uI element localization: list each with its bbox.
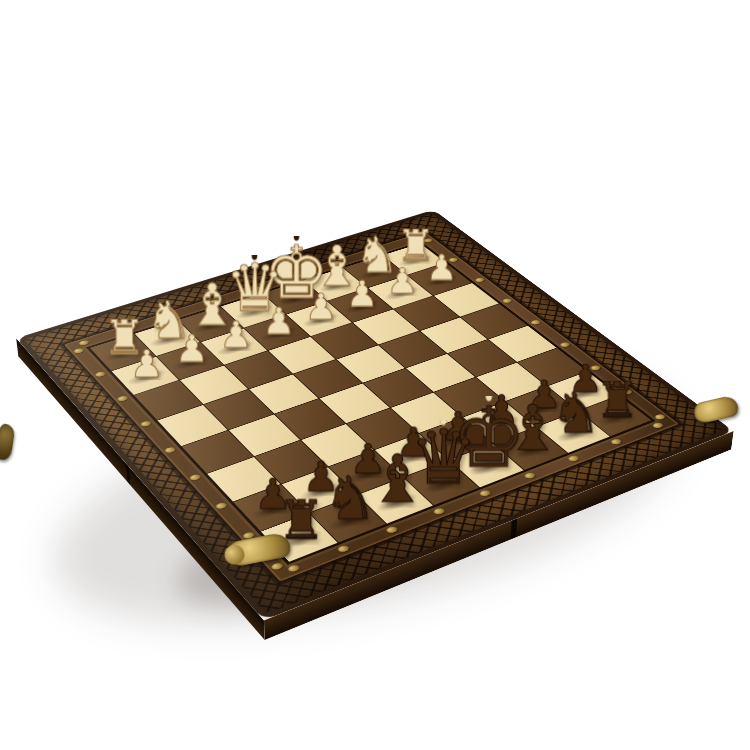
piece-white-pawn-d2: ♟ [262, 303, 295, 340]
brass-medallion [215, 502, 229, 510]
brass-medallion [523, 472, 537, 480]
board-perspective-wrap: ♜♞♝♚♛♝♞♜♟♟♟♟♟♟♟♟♟♟♟♟♟♟♟♟♜♞♝♚♛♝♞♜ [0, 0, 750, 750]
piece-white-pawn-g2: ♟ [386, 263, 418, 298]
brass-medallion [653, 413, 666, 420]
chess-board: ♜♞♝♚♛♝♞♜♟♟♟♟♟♟♟♟♟♟♟♟♟♟♟♟♜♞♝♚♛♝♞♜ [16, 210, 733, 621]
piece-black-rook-h8: ♜ [595, 375, 639, 424]
piece-white-pawn-a2: ♟ [129, 345, 163, 383]
brass-medallion [287, 564, 302, 573]
brass-medallion [474, 277, 486, 283]
brass-medallion [610, 438, 623, 445]
piece-white-pawn-f2: ♟ [345, 276, 377, 312]
piece-white-pawn-c2: ♟ [219, 316, 252, 353]
brass-medallion [385, 526, 399, 534]
brass-medallion [559, 341, 571, 347]
brass-medallion [432, 507, 446, 515]
piece-white-pawn-e2: ♟ [304, 289, 336, 325]
brass-medallion [336, 545, 350, 554]
brass-medallion [501, 298, 513, 304]
brass-medallion [270, 562, 284, 571]
piece-white-pawn-b2: ♟ [174, 330, 208, 367]
brass-medallion [651, 422, 664, 429]
piece-white-pawn-h2: ♟ [425, 250, 456, 285]
brass-medallion [567, 455, 581, 463]
piece-black-knight-b8: ♞ [323, 469, 377, 529]
chess-set-photo: ♜♞♝♚♛♝♞♜♟♟♟♟♟♟♟♟♟♟♟♟♟♟♟♟♜♞♝♚♛♝♞♜ [0, 0, 750, 750]
